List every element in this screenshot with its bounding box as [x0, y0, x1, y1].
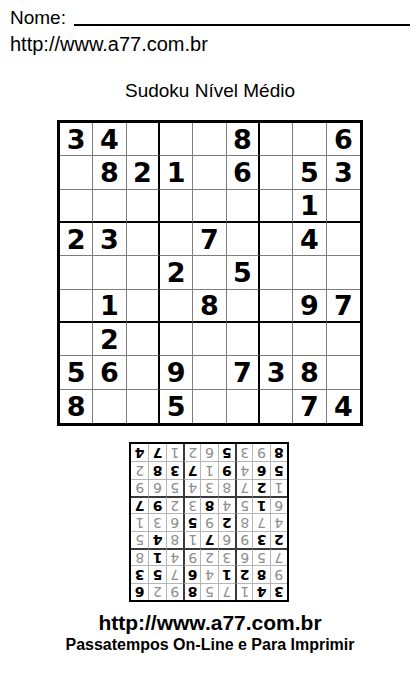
solution-cell-r1c9: 6: [131, 583, 148, 600]
puzzle-cell-r8c4[interactable]: 9: [160, 356, 193, 389]
solution-cell-r8c7: 3: [166, 461, 183, 478]
puzzle-cell-r9c4[interactable]: 5: [160, 390, 193, 423]
solution-cell-r6c9: 7: [131, 496, 148, 513]
puzzle-cell-r2c1[interactable]: [60, 156, 93, 189]
header-site-url: http://www.a77.com.br: [10, 33, 208, 56]
solution-cell-r3c5: 2: [200, 548, 217, 565]
puzzle-cell-r9c2[interactable]: [93, 390, 126, 423]
puzzle-cell-r5c4[interactable]: 2: [160, 256, 193, 289]
puzzle-cell-r4c6[interactable]: [227, 223, 260, 256]
solution-cell-r2c4: 1: [218, 565, 235, 582]
solution-cell-r7c4: 8: [218, 479, 235, 496]
puzzle-cell-r1c5[interactable]: [193, 123, 226, 156]
solution-cell-r7c5: 3: [200, 479, 217, 496]
puzzle-cell-r1c8[interactable]: [293, 123, 326, 156]
solution-cell-r5c2: 7: [252, 513, 269, 530]
solution-cell-r2c5: 4: [200, 565, 217, 582]
solution-cell-r3c6: 9: [183, 548, 200, 565]
solution-cell-r2c9: 3: [131, 565, 148, 582]
puzzle-cell-r1c2[interactable]: 4: [93, 123, 126, 156]
puzzle-cell-r4c3[interactable]: [127, 223, 160, 256]
solution-cell-r9c6: 2: [183, 444, 200, 461]
solution-cell-r6c1: 6: [270, 496, 287, 513]
solution-cell-r5c8: 3: [148, 513, 165, 530]
puzzle-cell-r8c1[interactable]: 5: [60, 356, 93, 389]
solution-cell-r8c3: 4: [235, 461, 252, 478]
footer-tagline: Passatempos On-Line e Para Imprimir: [0, 636, 420, 654]
puzzle-cell-r5c6[interactable]: 5: [227, 256, 260, 289]
solution-cell-r9c7: 1: [166, 444, 183, 461]
solution-cell-r4c8: 4: [148, 531, 165, 548]
solution-cell-r3c2: 5: [252, 548, 269, 565]
solution-cell-r8c9: 2: [131, 461, 148, 478]
sudoku-solution-grid-rotated: 3417589269821467537563294182396718454782…: [129, 442, 289, 602]
solution-cell-r2c3: 2: [235, 565, 252, 582]
puzzle-cell-r2c3[interactable]: 2: [127, 156, 160, 189]
solution-cell-r1c7: 9: [166, 583, 183, 600]
puzzle-cell-r6c9[interactable]: 7: [327, 290, 360, 323]
solution-cell-r7c6: 4: [183, 479, 200, 496]
puzzle-cell-r7c7[interactable]: [260, 323, 293, 356]
solution-cell-r9c9: 4: [131, 444, 148, 461]
solution-cell-r9c1: 8: [270, 444, 287, 461]
solution-cell-r4c3: 9: [235, 531, 252, 548]
puzzle-cell-r3c9[interactable]: [327, 190, 360, 223]
solution-cell-r4c7: 8: [166, 531, 183, 548]
solution-cell-r4c4: 6: [218, 531, 235, 548]
puzzle-cell-r5c9[interactable]: [327, 256, 360, 289]
puzzle-cell-r7c3[interactable]: [127, 323, 160, 356]
solution-cell-r3c9: 8: [131, 548, 148, 565]
puzzle-cell-r6c2[interactable]: 1: [93, 290, 126, 323]
puzzle-cell-r1c1[interactable]: 3: [60, 123, 93, 156]
puzzle-cell-r8c5[interactable]: [193, 356, 226, 389]
solution-cell-r8c4: 9: [218, 461, 235, 478]
solution-cell-r4c6: 1: [183, 531, 200, 548]
name-fill-line: [74, 24, 410, 26]
puzzle-cell-r8c3[interactable]: [127, 356, 160, 389]
solution-cell-r1c6: 8: [183, 583, 200, 600]
puzzle-cell-r4c1[interactable]: 2: [60, 223, 93, 256]
solution-cell-r8c8: 8: [148, 461, 165, 478]
puzzle-cell-r3c5[interactable]: [193, 190, 226, 223]
puzzle-cell-r6c1[interactable]: [60, 290, 93, 323]
puzzle-cell-r5c1[interactable]: [60, 256, 93, 289]
solution-cell-r2c1: 9: [270, 565, 287, 582]
puzzle-cell-r4c7[interactable]: [260, 223, 293, 256]
puzzle-cell-r8c7[interactable]: 3: [260, 356, 293, 389]
puzzle-cell-r3c2[interactable]: [93, 190, 126, 223]
solution-cell-r4c5: 7: [200, 531, 217, 548]
puzzle-cell-r4c2[interactable]: 3: [93, 223, 126, 256]
puzzle-cell-r1c9[interactable]: 6: [327, 123, 360, 156]
puzzle-cell-r9c1[interactable]: 8: [60, 390, 93, 423]
solution-cell-r6c6: 3: [183, 496, 200, 513]
solution-cell-r1c4: 7: [218, 583, 235, 600]
puzzle-cell-r2c5[interactable]: [193, 156, 226, 189]
solution-cell-r1c3: 1: [235, 583, 252, 600]
solution-cell-r9c2: 9: [252, 444, 269, 461]
puzzle-cell-r5c3[interactable]: [127, 256, 160, 289]
solution-cell-r9c3: 3: [235, 444, 252, 461]
solution-cell-r5c4: 2: [218, 513, 235, 530]
puzzle-cell-r1c3[interactable]: [127, 123, 160, 156]
solution-cell-r6c3: 5: [235, 496, 252, 513]
puzzle-cell-r8c9[interactable]: [327, 356, 360, 389]
puzzle-cell-r6c6[interactable]: [227, 290, 260, 323]
solution-cell-r4c2: 3: [252, 531, 269, 548]
solution-cell-r2c8: 5: [148, 565, 165, 582]
puzzle-cell-r2c9[interactable]: 3: [327, 156, 360, 189]
solution-cell-r2c7: 7: [166, 565, 183, 582]
puzzle-cell-r9c9[interactable]: 4: [327, 390, 360, 423]
solution-cell-r5c9: 1: [131, 513, 148, 530]
solution-cell-r1c1: 3: [270, 583, 287, 600]
puzzle-cell-r2c6[interactable]: 6: [227, 156, 260, 189]
solution-cell-r3c8: 1: [148, 548, 165, 565]
solution-cell-r4c1: 2: [270, 531, 287, 548]
puzzle-cell-r7c9[interactable]: [327, 323, 360, 356]
solution-cell-r4c9: 5: [131, 531, 148, 548]
puzzle-cell-r3c7[interactable]: [260, 190, 293, 223]
solution-cell-r7c7: 5: [166, 479, 183, 496]
puzzle-cell-r3c1[interactable]: [60, 190, 93, 223]
puzzle-cell-r7c1[interactable]: [60, 323, 93, 356]
solution-cell-r1c2: 4: [252, 583, 269, 600]
solution-cell-r8c1: 5: [270, 461, 287, 478]
puzzle-cell-r1c7[interactable]: [260, 123, 293, 156]
puzzle-cell-r5c7[interactable]: [260, 256, 293, 289]
name-row: Nome:: [10, 7, 410, 29]
solution-cell-r6c7: 2: [166, 496, 183, 513]
solution-cell-r9c4: 5: [218, 444, 235, 461]
puzzle-cell-r6c7[interactable]: [260, 290, 293, 323]
puzzle-cell-r9c6[interactable]: [227, 390, 260, 423]
solution-cell-r8c6: 7: [183, 461, 200, 478]
puzzle-cell-r5c8[interactable]: [293, 256, 326, 289]
solution-cell-r8c2: 6: [252, 461, 269, 478]
puzzle-cell-r5c5[interactable]: [193, 256, 226, 289]
puzzle-cell-r4c8[interactable]: 4: [293, 223, 326, 256]
solution-cell-r3c7: 4: [166, 548, 183, 565]
solution-cell-r5c5: 9: [200, 513, 217, 530]
puzzle-cell-r4c4[interactable]: [160, 223, 193, 256]
solution-cell-r6c2: 1: [252, 496, 269, 513]
solution-cell-r3c1: 7: [270, 548, 287, 565]
solution-cell-r7c1: 1: [270, 479, 287, 496]
puzzle-cell-r3c3[interactable]: [127, 190, 160, 223]
solution-cell-r9c5: 6: [200, 444, 217, 461]
puzzle-cell-r6c5[interactable]: 8: [193, 290, 226, 323]
solution-cell-r5c6: 5: [183, 513, 200, 530]
puzzle-cell-r6c8[interactable]: 9: [293, 290, 326, 323]
puzzle-cell-r1c4[interactable]: [160, 123, 193, 156]
puzzle-cell-r7c6[interactable]: [227, 323, 260, 356]
puzzle-cell-r2c2[interactable]: 8: [93, 156, 126, 189]
solution-cell-r6c8: 9: [148, 496, 165, 513]
solution-cell-r2c2: 8: [252, 565, 269, 582]
solution-cell-r9c8: 7: [148, 444, 165, 461]
puzzle-cell-r1c6[interactable]: 8: [227, 123, 260, 156]
puzzle-cell-r6c3[interactable]: [127, 290, 160, 323]
puzzle-cell-r2c7[interactable]: [260, 156, 293, 189]
printable-sudoku-page: Nome: http://www.a77.com.br Sudoku Nível…: [0, 0, 420, 673]
puzzle-cell-r9c5[interactable]: [193, 390, 226, 423]
sudoku-puzzle-grid: 34868216531237425189725697388574: [57, 120, 363, 426]
solution-cell-r1c8: 2: [148, 583, 165, 600]
puzzle-cell-r2c4[interactable]: 1: [160, 156, 193, 189]
puzzle-cell-r8c6[interactable]: 7: [227, 356, 260, 389]
solution-cell-r6c4: 4: [218, 496, 235, 513]
puzzle-cell-r4c9[interactable]: [327, 223, 360, 256]
puzzle-cell-r9c7[interactable]: [260, 390, 293, 423]
footer-site-url: http://www.a77.com.br: [0, 611, 420, 635]
page-title: Sudoku Nível Médio: [0, 80, 420, 102]
puzzle-cell-r8c8[interactable]: 8: [293, 356, 326, 389]
puzzle-cell-r8c2[interactable]: 6: [93, 356, 126, 389]
puzzle-cell-r3c6[interactable]: [227, 190, 260, 223]
solution-cell-r1c5: 5: [200, 583, 217, 600]
solution-cell-r7c8: 6: [148, 479, 165, 496]
solution-cell-r7c3: 7: [235, 479, 252, 496]
puzzle-cell-r9c3[interactable]: [127, 390, 160, 423]
solution-cell-r5c1: 4: [270, 513, 287, 530]
solution-cell-r3c4: 3: [218, 548, 235, 565]
solution-cell-r6c5: 8: [200, 496, 217, 513]
solution-cell-r2c6: 6: [183, 565, 200, 582]
puzzle-cell-r7c4[interactable]: [160, 323, 193, 356]
puzzle-cell-r2c8[interactable]: 5: [293, 156, 326, 189]
puzzle-cell-r7c5[interactable]: [193, 323, 226, 356]
puzzle-cell-r5c2[interactable]: [93, 256, 126, 289]
solution-cell-r5c7: 6: [166, 513, 183, 530]
solution-cell-r7c2: 2: [252, 479, 269, 496]
puzzle-cell-r9c8[interactable]: 7: [293, 390, 326, 423]
puzzle-cell-r7c2[interactable]: 2: [93, 323, 126, 356]
solution-cell-r8c5: 1: [200, 461, 217, 478]
puzzle-cell-r4c5[interactable]: 7: [193, 223, 226, 256]
puzzle-cell-r6c4[interactable]: [160, 290, 193, 323]
puzzle-cell-r3c4[interactable]: [160, 190, 193, 223]
solution-cell-r7c9: 9: [131, 479, 148, 496]
solution-cell-r5c3: 8: [235, 513, 252, 530]
name-label: Nome:: [10, 7, 66, 29]
puzzle-cell-r3c8[interactable]: 1: [293, 190, 326, 223]
solution-cell-r3c3: 6: [235, 548, 252, 565]
puzzle-cell-r7c8[interactable]: [293, 323, 326, 356]
